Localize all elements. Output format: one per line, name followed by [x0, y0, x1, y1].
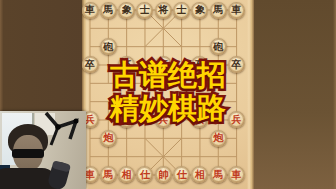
piece-red-炮[interactable]: 炮 — [100, 130, 117, 147]
piece-black-砲[interactable]: 砲 — [100, 38, 117, 55]
piece-red-炮[interactable]: 炮 — [210, 130, 227, 147]
piece-black-象[interactable]: 象 — [118, 2, 135, 19]
overlay-caption-line1: 古谱绝招 — [0, 59, 336, 92]
piece-black-車[interactable]: 車 — [82, 2, 99, 19]
piece-black-砲[interactable]: 砲 — [210, 38, 227, 55]
piece-black-士[interactable]: 士 — [173, 2, 190, 19]
piece-black-士[interactable]: 士 — [136, 2, 153, 19]
piece-black-車[interactable]: 車 — [228, 2, 245, 19]
facecam-overlay — [0, 111, 86, 189]
stream-frame: 車馬象士将士象馬車砲砲卒卒卒卒卒兵兵兵兵兵炮炮車馬相仕帥仕相馬車 古谱绝招 精妙… — [0, 0, 336, 189]
piece-black-象[interactable]: 象 — [191, 2, 208, 19]
piece-black-将[interactable]: 将 — [155, 2, 172, 19]
microphone — [47, 160, 71, 189]
microphone-boom-arm — [0, 111, 86, 189]
piece-black-馬[interactable]: 馬 — [100, 2, 117, 19]
piece-black-馬[interactable]: 馬 — [210, 2, 227, 19]
